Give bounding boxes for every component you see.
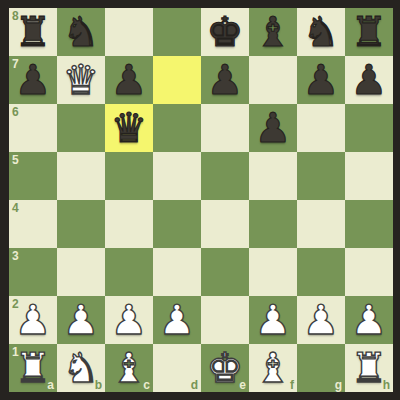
square-b1[interactable]: b♞ [57,344,105,392]
square-a2[interactable]: 2♟ [9,296,57,344]
square-h2[interactable]: ♟ [345,296,393,344]
square-g2[interactable]: ♟ [297,296,345,344]
rank-label-4: 4 [12,201,19,215]
square-h6[interactable] [345,104,393,152]
square-c2[interactable]: ♟ [105,296,153,344]
square-f6[interactable]: ♟ [249,104,297,152]
square-e8[interactable]: ♚ [201,8,249,56]
piece-white-pawn[interactable]: ♟ [153,296,201,344]
square-c8[interactable] [105,8,153,56]
square-f3[interactable] [249,248,297,296]
piece-black-pawn[interactable]: ♟ [249,104,297,152]
piece-white-bishop[interactable]: ♝ [105,344,153,392]
rank-label-3: 3 [12,249,19,263]
square-d1[interactable]: d [153,344,201,392]
square-b2[interactable]: ♟ [57,296,105,344]
chess-board: 8♜♞♚♝♞♜7♟♛♟♟♟♟6♛♟5432♟♟♟♟♟♟♟1a♜b♞c♝de♚f♝… [9,8,393,392]
square-f1[interactable]: f♝ [249,344,297,392]
square-g7[interactable]: ♟ [297,56,345,104]
square-c7[interactable]: ♟ [105,56,153,104]
square-c6[interactable]: ♛ [105,104,153,152]
square-b8[interactable]: ♞ [57,8,105,56]
piece-white-bishop[interactable]: ♝ [249,344,297,392]
square-a5[interactable]: 5 [9,152,57,200]
square-f8[interactable]: ♝ [249,8,297,56]
piece-white-king[interactable]: ♚ [201,344,249,392]
square-g5[interactable] [297,152,345,200]
square-e5[interactable] [201,152,249,200]
square-a8[interactable]: 8♜ [9,8,57,56]
piece-black-queen[interactable]: ♛ [105,104,153,152]
piece-white-rook[interactable]: ♜ [345,344,393,392]
piece-black-pawn[interactable]: ♟ [105,56,153,104]
piece-black-knight[interactable]: ♞ [297,8,345,56]
piece-black-pawn[interactable]: ♟ [297,56,345,104]
piece-white-pawn[interactable]: ♟ [249,296,297,344]
square-e2[interactable] [201,296,249,344]
file-label-d: d [191,378,198,392]
piece-black-rook[interactable]: ♜ [345,8,393,56]
square-d6[interactable] [153,104,201,152]
square-e1[interactable]: e♚ [201,344,249,392]
square-g8[interactable]: ♞ [297,8,345,56]
square-d5[interactable] [153,152,201,200]
piece-white-rook[interactable]: ♜ [9,344,57,392]
square-a4[interactable]: 4 [9,200,57,248]
square-b5[interactable] [57,152,105,200]
piece-white-knight[interactable]: ♞ [57,344,105,392]
square-e4[interactable] [201,200,249,248]
piece-black-knight[interactable]: ♞ [57,8,105,56]
square-g4[interactable] [297,200,345,248]
square-d7[interactable] [153,56,201,104]
square-f2[interactable]: ♟ [249,296,297,344]
square-h4[interactable] [345,200,393,248]
square-b7[interactable]: ♛ [57,56,105,104]
rank-label-5: 5 [12,153,19,167]
square-b4[interactable] [57,200,105,248]
square-c1[interactable]: c♝ [105,344,153,392]
square-a6[interactable]: 6 [9,104,57,152]
square-f4[interactable] [249,200,297,248]
square-g6[interactable] [297,104,345,152]
square-a1[interactable]: 1a♜ [9,344,57,392]
square-a7[interactable]: 7♟ [9,56,57,104]
square-e3[interactable] [201,248,249,296]
piece-black-pawn[interactable]: ♟ [345,56,393,104]
piece-black-king[interactable]: ♚ [201,8,249,56]
piece-white-pawn[interactable]: ♟ [57,296,105,344]
square-f5[interactable] [249,152,297,200]
square-h8[interactable]: ♜ [345,8,393,56]
piece-black-pawn[interactable]: ♟ [201,56,249,104]
square-c3[interactable] [105,248,153,296]
square-d2[interactable]: ♟ [153,296,201,344]
piece-black-pawn[interactable]: ♟ [9,56,57,104]
square-d3[interactable] [153,248,201,296]
square-c4[interactable] [105,200,153,248]
square-d4[interactable] [153,200,201,248]
square-a3[interactable]: 3 [9,248,57,296]
square-h3[interactable] [345,248,393,296]
square-f7[interactable] [249,56,297,104]
square-g3[interactable] [297,248,345,296]
file-label-g: g [335,378,342,392]
square-h7[interactable]: ♟ [345,56,393,104]
piece-white-queen[interactable]: ♛ [57,56,105,104]
square-h5[interactable] [345,152,393,200]
piece-white-pawn[interactable]: ♟ [345,296,393,344]
square-b6[interactable] [57,104,105,152]
piece-black-bishop[interactable]: ♝ [249,8,297,56]
square-e7[interactable]: ♟ [201,56,249,104]
square-g1[interactable]: g [297,344,345,392]
piece-white-pawn[interactable]: ♟ [9,296,57,344]
square-d8[interactable] [153,8,201,56]
piece-black-rook[interactable]: ♜ [9,8,57,56]
square-h1[interactable]: h♜ [345,344,393,392]
square-b3[interactable] [57,248,105,296]
piece-white-pawn[interactable]: ♟ [105,296,153,344]
rank-label-6: 6 [12,105,19,119]
square-e6[interactable] [201,104,249,152]
piece-white-pawn[interactable]: ♟ [297,296,345,344]
square-c5[interactable] [105,152,153,200]
